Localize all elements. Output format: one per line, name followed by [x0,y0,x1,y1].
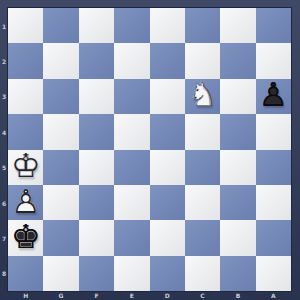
square-h7[interactable]: ♚♔ [8,220,43,255]
square-e2[interactable] [114,43,149,78]
square-e1[interactable] [114,8,149,43]
square-a4[interactable] [256,114,291,149]
square-a7[interactable] [256,220,291,255]
square-g3[interactable] [43,79,78,114]
rank-label-5: 5 [2,164,6,171]
square-g7[interactable] [43,220,78,255]
square-c6[interactable] [185,185,220,220]
file-label-C: C [200,292,204,299]
white-king[interactable]: ♚♔ [8,150,43,185]
square-f2[interactable] [79,43,114,78]
square-a6[interactable] [256,185,291,220]
file-label-A: A [271,292,276,299]
file-label-E: E [130,292,134,299]
square-d2[interactable] [150,43,185,78]
chess-board: ♞♘♟♙♚♔♟♙♚♔ 1H2G3F4E5D6C7B8A [0,0,300,300]
square-b3[interactable] [220,79,255,114]
square-f3[interactable] [79,79,114,114]
square-d8[interactable] [150,256,185,291]
square-e6[interactable] [114,185,149,220]
square-h5[interactable]: ♚♔ [8,150,43,185]
square-c2[interactable] [185,43,220,78]
file-label-B: B [236,292,241,299]
square-b5[interactable] [220,150,255,185]
square-h8[interactable] [8,256,43,291]
square-a5[interactable] [256,150,291,185]
board-grid: ♞♘♟♙♚♔♟♙♚♔ [8,8,291,291]
file-label-D: D [165,292,170,299]
square-a2[interactable] [256,43,291,78]
square-e8[interactable] [114,256,149,291]
square-c1[interactable] [185,8,220,43]
square-g4[interactable] [43,114,78,149]
square-c4[interactable] [185,114,220,149]
square-d5[interactable] [150,150,185,185]
square-h4[interactable] [8,114,43,149]
rank-label-7: 7 [2,234,6,241]
square-g2[interactable] [43,43,78,78]
rank-label-1: 1 [2,22,6,29]
square-f7[interactable] [79,220,114,255]
square-b7[interactable] [220,220,255,255]
square-f8[interactable] [79,256,114,291]
rank-label-3: 3 [2,93,6,100]
square-d1[interactable] [150,8,185,43]
square-b2[interactable] [220,43,255,78]
square-f5[interactable] [79,150,114,185]
square-b6[interactable] [220,185,255,220]
square-h1[interactable] [8,8,43,43]
square-e7[interactable] [114,220,149,255]
square-d6[interactable] [150,185,185,220]
square-c8[interactable] [185,256,220,291]
file-label-G: G [59,292,64,299]
square-h2[interactable] [8,43,43,78]
square-e4[interactable] [114,114,149,149]
square-b1[interactable] [220,8,255,43]
square-a8[interactable] [256,256,291,291]
square-f4[interactable] [79,114,114,149]
square-g5[interactable] [43,150,78,185]
square-c7[interactable] [185,220,220,255]
file-label-F: F [94,292,98,299]
file-label-H: H [23,292,28,299]
square-d7[interactable] [150,220,185,255]
square-b8[interactable] [220,256,255,291]
white-pawn[interactable]: ♟♙ [8,185,43,220]
square-g1[interactable] [43,8,78,43]
square-e5[interactable] [114,150,149,185]
black-pawn[interactable]: ♟♙ [256,79,291,114]
square-g8[interactable] [43,256,78,291]
square-c3[interactable]: ♞♘ [185,79,220,114]
rank-label-2: 2 [2,58,6,65]
black-king[interactable]: ♚♔ [8,220,43,255]
white-knight[interactable]: ♞♘ [185,79,220,114]
square-f1[interactable] [79,8,114,43]
rank-label-4: 4 [2,128,6,135]
square-a1[interactable] [256,8,291,43]
rank-label-6: 6 [2,199,6,206]
square-d3[interactable] [150,79,185,114]
square-g6[interactable] [43,185,78,220]
square-a3[interactable]: ♟♙ [256,79,291,114]
square-c5[interactable] [185,150,220,185]
square-e3[interactable] [114,79,149,114]
square-f6[interactable] [79,185,114,220]
square-h6[interactable]: ♟♙ [8,185,43,220]
rank-label-8: 8 [2,270,6,277]
square-b4[interactable] [220,114,255,149]
square-d4[interactable] [150,114,185,149]
square-h3[interactable] [8,79,43,114]
